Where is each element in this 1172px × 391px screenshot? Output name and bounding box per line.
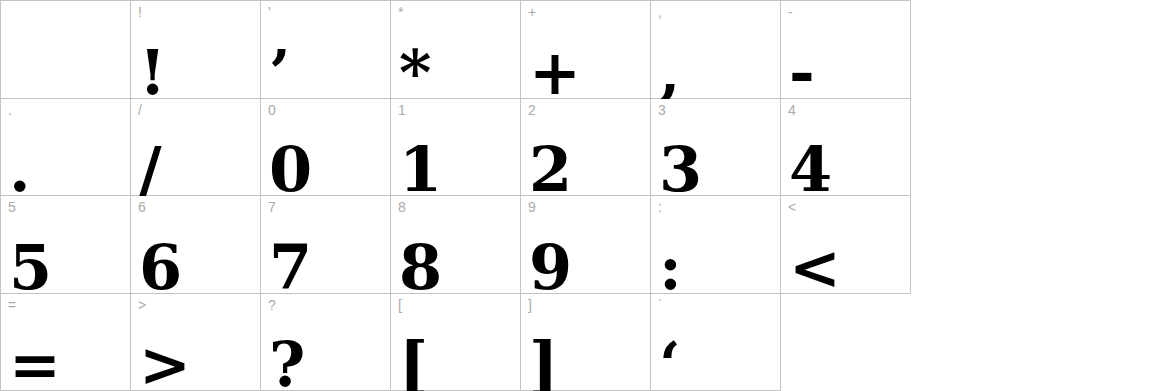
glyph-exclamation: ! xyxy=(139,42,165,104)
glyph-equals: = xyxy=(9,334,60,391)
glyph-digit-7: 7 xyxy=(269,237,311,299)
cell-digit-8: 88 xyxy=(391,196,521,294)
cell-greater-than: >> xyxy=(131,294,261,391)
glyph-code-label-question: ? xyxy=(268,298,276,312)
glyph-code-label-left-bracket: [ xyxy=(398,298,402,312)
charmap-row-3: 5566778899::<< xyxy=(0,196,911,294)
cell-digit-3: 33 xyxy=(651,99,781,197)
cell-right-bracket: ]] xyxy=(521,294,651,391)
glyph-colon: : xyxy=(659,237,681,299)
cell-plus: ++ xyxy=(521,1,651,99)
cell-less-than: << xyxy=(781,196,911,294)
glyph-code-label-greater-than: > xyxy=(138,298,146,312)
glyph-code-label-equals: = xyxy=(8,298,16,312)
glyph-question: ? xyxy=(269,334,304,391)
glyph-digit-0: 0 xyxy=(269,139,311,201)
glyph-code-label-apostrophe: ' xyxy=(268,5,271,19)
cell-digit-1: 11 xyxy=(391,99,521,197)
glyph-digit-5: 5 xyxy=(9,237,51,299)
glyph-apostrophe: ’ xyxy=(269,42,290,104)
glyph-period: . xyxy=(9,139,30,201)
cell-hyphen: -- xyxy=(781,1,911,99)
glyph-code-label-digit-4: 4 xyxy=(788,103,796,117)
cell-digit-6: 66 xyxy=(131,196,261,294)
cell-asterisk: ** xyxy=(391,1,521,99)
glyph-hyphen: - xyxy=(789,42,814,104)
glyph-digit-8: 8 xyxy=(399,237,441,299)
charmap-row-1: !!'’**++,,-- xyxy=(0,0,911,99)
glyph-code-label-digit-2: 2 xyxy=(528,103,536,117)
glyph-comma: , xyxy=(659,42,680,104)
glyph-code-label-period: . xyxy=(8,103,12,117)
cell-digit-7: 77 xyxy=(261,196,391,294)
cell-space xyxy=(1,1,131,99)
glyph-digit-6: 6 xyxy=(139,237,181,299)
cell-digit-0: 00 xyxy=(261,99,391,197)
font-character-map: !!'’**++,,--..//00112233445566778899::<<… xyxy=(0,0,911,391)
glyph-code-label-digit-9: 9 xyxy=(528,200,536,214)
glyph-code-label-exclamation: ! xyxy=(138,5,142,19)
glyph-code-label-digit-8: 8 xyxy=(398,200,406,214)
glyph-code-label-digit-6: 6 xyxy=(138,200,146,214)
glyph-code-label-digit-7: 7 xyxy=(268,200,276,214)
glyph-code-label-right-bracket: ] xyxy=(528,298,532,312)
glyph-digit-3: 3 xyxy=(659,139,701,201)
glyph-grave: ‘ xyxy=(659,334,680,391)
cell-digit-4: 44 xyxy=(781,99,911,197)
glyph-space xyxy=(9,42,30,104)
cell-apostrophe: '’ xyxy=(261,1,391,99)
cell-digit-5: 55 xyxy=(1,196,131,294)
glyph-code-label-colon: : xyxy=(658,200,662,214)
cell-period: .. xyxy=(1,99,131,197)
glyph-less-than: < xyxy=(789,237,840,299)
glyph-code-label-grave: ` xyxy=(658,298,663,312)
glyph-right-bracket: ] xyxy=(529,334,557,391)
cell-digit-9: 99 xyxy=(521,196,651,294)
glyph-digit-4: 4 xyxy=(789,139,831,201)
cell-comma: ,, xyxy=(651,1,781,99)
glyph-code-label-digit-1: 1 xyxy=(398,103,406,117)
glyph-asterisk: * xyxy=(399,42,430,104)
cell-equals: == xyxy=(1,294,131,391)
glyph-code-label-comma: , xyxy=(658,5,662,19)
glyph-plus: + xyxy=(529,42,580,104)
glyph-digit-1: 1 xyxy=(399,139,441,201)
glyph-digit-2: 2 xyxy=(529,139,571,201)
glyph-code-label-slash: / xyxy=(138,103,142,117)
cell-left-bracket: [[ xyxy=(391,294,521,391)
glyph-code-label-plus: + xyxy=(528,5,536,19)
glyph-code-label-less-than: < xyxy=(788,200,796,214)
glyph-slash: / xyxy=(139,139,161,201)
charmap-row-4: ==>>??[[]]`‘ xyxy=(0,294,911,391)
charmap-row-2: ..//0011223344 xyxy=(0,99,911,197)
cell-slash: // xyxy=(131,99,261,197)
glyph-code-label-hyphen: - xyxy=(788,5,793,19)
cell-exclamation: !! xyxy=(131,1,261,99)
glyph-code-label-digit-3: 3 xyxy=(658,103,666,117)
cell-question: ?? xyxy=(261,294,391,391)
glyph-greater-than: > xyxy=(139,334,190,391)
cell-digit-2: 22 xyxy=(521,99,651,197)
cell-colon: :: xyxy=(651,196,781,294)
cell-grave: `‘ xyxy=(651,294,781,391)
glyph-left-bracket: [ xyxy=(399,334,427,391)
glyph-code-label-digit-5: 5 xyxy=(8,200,16,214)
glyph-digit-9: 9 xyxy=(529,237,571,299)
glyph-code-label-digit-0: 0 xyxy=(268,103,276,117)
glyph-code-label-asterisk: * xyxy=(398,5,403,19)
